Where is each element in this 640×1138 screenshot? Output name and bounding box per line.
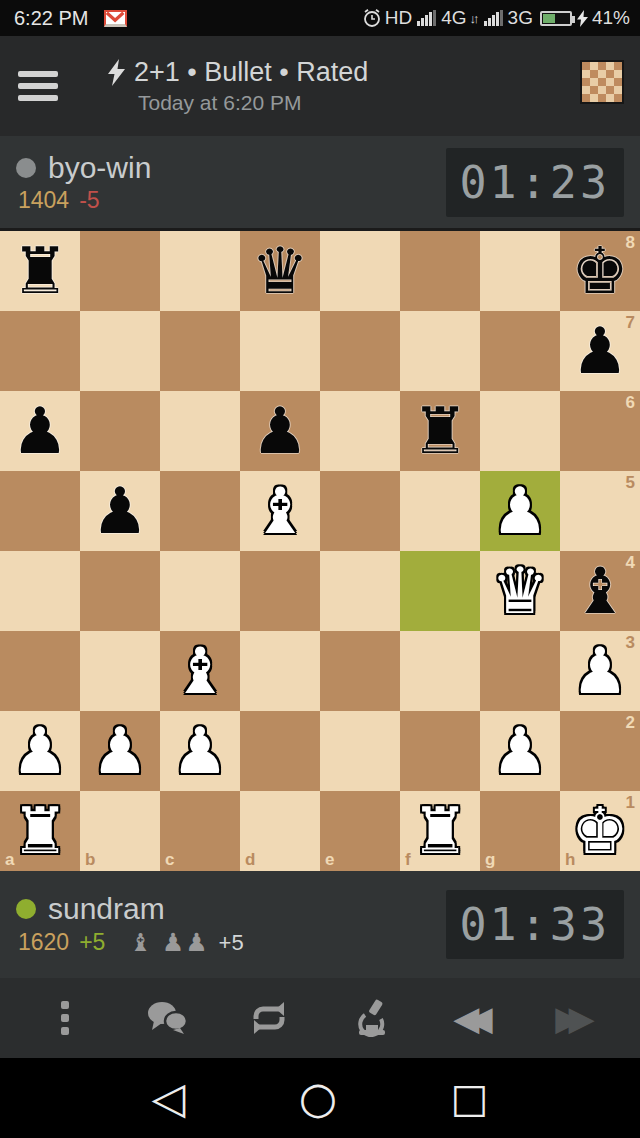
rank-label-1: 1 [626,793,635,813]
network-4g-label: 4G [441,7,466,29]
square-d3[interactable] [240,631,320,711]
bottom-player-name[interactable]: sundram [48,892,165,926]
square-b1[interactable]: b [80,791,160,871]
data-arrows-icon: ↓↑ [470,11,477,26]
square-d8[interactable]: ♛ [240,231,320,311]
square-f5[interactable] [400,471,480,551]
rank-label-5: 5 [626,473,635,493]
nav-back-button[interactable]: ◁ [152,1058,186,1138]
square-g6[interactable] [480,391,560,471]
square-e1[interactable]: e [320,791,400,871]
rank-label-6: 6 [626,393,635,413]
bottom-player-rating: 1620 [18,929,69,956]
square-c2[interactable]: ♟ [160,711,240,791]
file-label-f: f [405,850,411,870]
game-toolbar: ◀◀ ▶▶ [0,978,640,1058]
black-pawn-b5: ♟ [80,471,160,551]
game-date: Today at 6:20 PM [138,91,368,115]
black-rook-a8: ♜ [0,231,80,311]
square-a6[interactable]: ♟ [0,391,80,471]
game-title: 2+1 • Bullet • Rated [134,57,368,88]
hd-label: HD [385,7,412,29]
square-g4[interactable]: ♛ [480,551,560,631]
bullet-bolt-icon [108,59,126,86]
square-a1[interactable]: a♜ [0,791,80,871]
rank-label-7: 7 [626,313,635,333]
status-indicators: HD 4G ↓↑ 3G 41% [362,7,630,29]
charging-bolt-icon [577,10,588,27]
file-label-a: a [5,850,14,870]
rank-label-4: 4 [626,553,635,573]
board-thumbnail-icon[interactable] [582,62,622,102]
white-pawn-g5: ♟ [480,471,560,551]
square-d2[interactable] [240,711,320,791]
square-d5[interactable]: ♝ [240,471,320,551]
status-bar: 6:22 PM HD 4G ↓↑ 3G [0,0,640,36]
rewind-icon: ◀◀ [453,998,492,1038]
app-header: 2+1 • Bullet • Rated Today at 6:20 PM [0,36,640,136]
white-pawn-g2: ♟ [480,711,560,791]
top-player-rating: 1404 [18,187,69,214]
captured-pieces: ♝ ♟♟ [129,928,208,957]
rewind-button[interactable]: ◀◀ [438,988,508,1048]
square-g1[interactable]: g [480,791,560,871]
square-b4[interactable] [80,551,160,631]
file-label-d: d [245,850,255,870]
forward-icon: ▶▶ [555,998,594,1038]
square-h4[interactable]: 4♝ [560,551,640,631]
nav-recents-button[interactable]: □ [451,1058,489,1138]
square-f6[interactable]: ♜ [400,391,480,471]
rank-label-8: 8 [626,233,635,253]
square-a4[interactable] [0,551,80,631]
square-g2[interactable]: ♟ [480,711,560,791]
square-h3[interactable]: 3♟ [560,631,640,711]
square-h2[interactable]: 2 [560,711,640,791]
square-h8[interactable]: 8♚ [560,231,640,311]
nav-home-button[interactable]: ○ [299,1058,337,1138]
chess-board[interactable]: ♜♛8♚7♟♟♟♜6♟♝♟5♛4♝♝3♟♟♟♟♟2a♜bcdef♜g1h♚ [0,228,640,871]
game-title-block: 2+1 • Bullet • Rated Today at 6:20 PM [108,57,368,115]
file-label-g: g [485,850,495,870]
microscope-icon [352,999,390,1037]
material-advantage: +5 [219,930,244,956]
square-g5[interactable]: ♟ [480,471,560,551]
black-queen-d8: ♛ [240,231,320,311]
file-label-b: b [85,850,95,870]
player-status-dot [16,899,36,919]
bottom-player-rating-diff: +5 [79,929,105,956]
chat-bubbles-icon [146,1000,188,1036]
white-bishop-c3: ♝ [160,631,240,711]
battery-icon [540,11,572,26]
network-3g-label: 3G [508,7,533,29]
analysis-button[interactable] [336,988,406,1048]
square-a5[interactable] [0,471,80,551]
square-e3[interactable] [320,631,400,711]
white-rook-f1: ♜ [400,791,480,871]
flip-arrows-icon [249,1000,289,1036]
square-h6[interactable]: 6 [560,391,640,471]
signal-bars-icon [417,10,436,26]
square-f3[interactable] [400,631,480,711]
lichess-app: 6:22 PM HD 4G ↓↑ 3G [0,0,640,1138]
square-a8[interactable]: ♜ [0,231,80,311]
square-c3[interactable]: ♝ [160,631,240,711]
square-g7[interactable] [480,311,560,391]
square-a2[interactable]: ♟ [0,711,80,791]
black-pawn-d6: ♟ [240,391,320,471]
chat-button[interactable] [132,988,202,1048]
android-nav-bar: ◁ ○ □ [0,1058,640,1138]
square-e5[interactable] [320,471,400,551]
vertical-dots-icon [61,1001,69,1035]
white-pawn-c2: ♟ [160,711,240,791]
square-e7[interactable] [320,311,400,391]
square-b8[interactable] [80,231,160,311]
white-pawn-b2: ♟ [80,711,160,791]
bottom-player-clock: 01:33 [446,890,624,959]
square-c7[interactable] [160,311,240,391]
black-rook-f6: ♜ [400,391,480,471]
square-h1[interactable]: 1h♚ [560,791,640,871]
top-player-bar: byo-win 1404 -5 01:23 [0,136,640,228]
square-e6[interactable] [320,391,400,471]
square-b5[interactable]: ♟ [80,471,160,551]
white-queen-g4: ♛ [480,551,560,631]
white-pawn-a2: ♟ [0,711,80,791]
top-player-rating-diff: -5 [79,187,99,214]
square-e4[interactable] [320,551,400,631]
file-label-h: h [565,850,575,870]
battery-percent: 41% [592,7,630,29]
square-g3[interactable] [480,631,560,711]
alarm-icon [362,8,382,28]
rank-label-3: 3 [626,633,635,653]
square-f4[interactable] [400,551,480,631]
square-a3[interactable] [0,631,80,711]
forward-button[interactable]: ▶▶ [540,988,610,1048]
square-d7[interactable] [240,311,320,391]
black-pawn-a6: ♟ [0,391,80,471]
more-options-button[interactable] [30,988,100,1048]
menu-icon[interactable] [18,71,58,101]
square-e2[interactable] [320,711,400,791]
square-d1[interactable]: d [240,791,320,871]
square-b2[interactable]: ♟ [80,711,160,791]
top-player-name[interactable]: byo-win [48,151,151,185]
rank-label-2: 2 [626,713,635,733]
square-b7[interactable] [80,311,160,391]
square-f1[interactable]: f♜ [400,791,480,871]
signal-bars-icon [484,10,503,26]
square-f2[interactable] [400,711,480,791]
square-d6[interactable]: ♟ [240,391,320,471]
square-d4[interactable] [240,551,320,631]
square-c1[interactable]: c [160,791,240,871]
square-a7[interactable] [0,311,80,391]
top-player-clock: 01:23 [446,148,624,217]
bottom-player-bar: sundram 1620 +5 ♝ ♟♟ +5 01:33 [0,871,640,978]
square-b3[interactable] [80,631,160,711]
file-label-c: c [165,850,174,870]
file-label-e: e [325,850,334,870]
status-time: 6:22 PM [14,7,88,30]
square-h5[interactable]: 5 [560,471,640,551]
square-f7[interactable] [400,311,480,391]
square-e8[interactable] [320,231,400,311]
player-status-dot [16,158,36,178]
white-bishop-d5: ♝ [240,471,320,551]
square-c6[interactable] [160,391,240,471]
square-h7[interactable]: 7♟ [560,311,640,391]
flip-board-button[interactable] [234,988,304,1048]
square-b6[interactable] [80,391,160,471]
square-g8[interactable] [480,231,560,311]
square-c5[interactable] [160,471,240,551]
square-c8[interactable] [160,231,240,311]
square-f8[interactable] [400,231,480,311]
square-c4[interactable] [160,551,240,631]
gmail-notification-icon [104,10,127,27]
